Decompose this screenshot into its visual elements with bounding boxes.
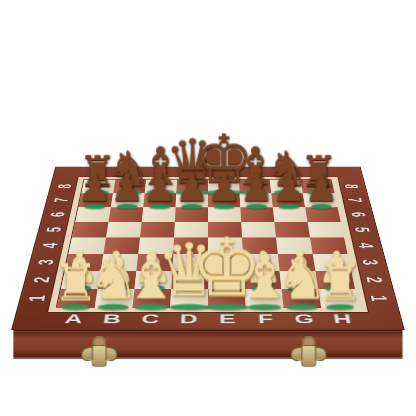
square-d7[interactable]: ♟: [176, 193, 208, 207]
file-label-f: F: [246, 312, 286, 327]
square-e6[interactable]: [208, 207, 241, 222]
rank-label-left-6: 6: [40, 209, 76, 220]
scene: ♜♞♝♛♚♝♞♜♟♟♟♟♟♟♟♟♟♟♟♟♟♟♟♟♜♞♝♛♚♝♞♜ ABCDEFG…: [0, 0, 416, 416]
rank-label-left-1: 1: [16, 291, 57, 306]
rank-label-right-1: 1: [359, 291, 400, 306]
square-e7[interactable]: ♟: [208, 193, 240, 207]
square-g6[interactable]: [273, 207, 308, 222]
piece-black-pawn[interactable]: ♟: [272, 169, 306, 207]
square-b7[interactable]: ♟: [111, 193, 145, 207]
clasp-body-icon: [302, 345, 317, 367]
file-label-e: E: [208, 312, 247, 327]
board-squares: ♜♞♝♛♚♝♞♜♟♟♟♟♟♟♟♟♟♟♟♟♟♟♟♟♜♞♝♛♚♝♞♜: [56, 179, 358, 307]
piece-white-rook[interactable]: ♜: [317, 256, 363, 307]
file-label-a: A: [53, 312, 94, 327]
piece-black-pawn[interactable]: ♟: [304, 169, 338, 207]
square-g1[interactable]: ♞: [282, 289, 322, 308]
square-h6[interactable]: [305, 207, 341, 222]
square-a6[interactable]: [75, 207, 111, 222]
piece-black-pawn[interactable]: ♟: [239, 169, 273, 207]
rank-label-left-5: 5: [35, 224, 71, 236]
square-b6[interactable]: [108, 207, 143, 222]
file-label-g: G: [284, 312, 324, 327]
clasp-body-icon: [92, 345, 107, 367]
square-f7[interactable]: ♟: [240, 193, 273, 207]
piece-black-pawn[interactable]: ♟: [175, 169, 209, 207]
file-label-c: C: [130, 312, 170, 327]
brass-clasp-right: [290, 338, 329, 372]
rank-label-right-5: 5: [344, 224, 380, 236]
rank-label-right-8: 8: [335, 181, 369, 191]
brass-clasp-left: [80, 338, 119, 372]
file-label-d: D: [169, 312, 208, 327]
square-h1[interactable]: ♜: [318, 289, 359, 308]
chess-board: ♜♞♝♛♚♝♞♜♟♟♟♟♟♟♟♟♟♟♟♟♟♟♟♟♜♞♝♛♚♝♞♜ ABCDEFG…: [11, 167, 405, 330]
board-inner-border: ♜♞♝♛♚♝♞♜♟♟♟♟♟♟♟♟♟♟♟♟♟♟♟♟♜♞♝♛♚♝♞♜: [47, 177, 369, 313]
rank-label-left-8: 8: [47, 181, 81, 191]
square-h5[interactable]: [308, 222, 344, 237]
piece-black-pawn[interactable]: ♟: [78, 169, 112, 207]
square-b5[interactable]: [106, 222, 142, 237]
photo-canvas: { "game": "chess", "scene_description": …: [0, 0, 416, 416]
piece-black-pawn[interactable]: ♟: [207, 169, 241, 207]
photo-background: ♜♞♝♛♚♝♞♜♟♟♟♟♟♟♟♟♟♟♟♟♟♟♟♟♜♞♝♛♚♝♞♜ ABCDEFG…: [0, 0, 416, 416]
file-label-b: B: [92, 312, 132, 327]
square-a5[interactable]: [72, 222, 108, 237]
square-h7[interactable]: ♟: [303, 193, 338, 207]
file-labels-front: ABCDEFGH: [53, 312, 363, 327]
file-label-h: H: [322, 312, 363, 327]
piece-black-pawn[interactable]: ♟: [110, 169, 144, 207]
square-g7[interactable]: ♟: [271, 193, 305, 207]
rank-label-right-6: 6: [341, 209, 377, 220]
square-c7[interactable]: ♟: [143, 193, 176, 207]
piece-black-pawn[interactable]: ♟: [142, 169, 176, 207]
square-a7[interactable]: ♟: [78, 193, 113, 207]
box-front-edge: [13, 330, 402, 359]
square-g5[interactable]: [274, 222, 310, 237]
square-d6[interactable]: [175, 207, 208, 222]
square-c6[interactable]: [142, 207, 176, 222]
square-f6[interactable]: [240, 207, 274, 222]
